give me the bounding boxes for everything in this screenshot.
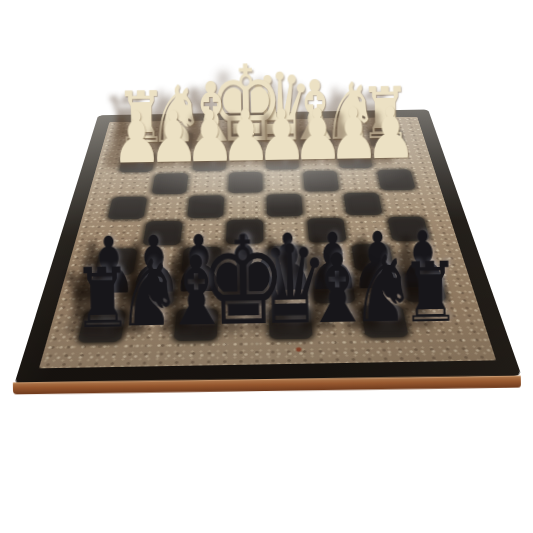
piece-white-pawn-h2[interactable]: ♟ [111, 103, 163, 174]
board-tilt-wrapper: ♜♞♝♛♚♝♞♜♟♟♟♟♟♟♟♟♟♟♟♟♟♟♟♟♜♞♝♛♚♝♞♜ [0, 0, 533, 533]
photo-scene: ♜♞♝♛♚♝♞♜♟♟♟♟♟♟♟♟♟♟♟♟♟♟♟♟♜♞♝♛♚♝♞♜ [0, 0, 533, 533]
pieces-layer: ♜♞♝♛♚♝♞♜♟♟♟♟♟♟♟♟♟♟♟♟♟♟♟♟♜♞♝♛♚♝♞♜ [0, 0, 533, 533]
piece-black-rook-h8[interactable]: ♜ [72, 256, 133, 340]
